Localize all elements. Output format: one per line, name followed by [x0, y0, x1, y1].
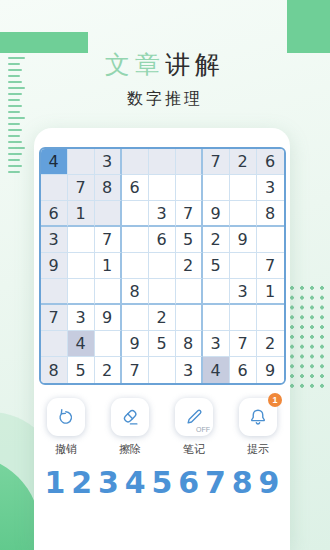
- sudoku-cell-r3c9[interactable]: 8: [257, 201, 284, 227]
- sudoku-cell-r2c1[interactable]: [41, 175, 68, 201]
- numpad-button-4[interactable]: 4: [122, 466, 148, 500]
- game-card: 4372678636137983765299125783173924958372…: [34, 128, 290, 550]
- notes-state-label: OFF: [196, 426, 210, 433]
- sudoku-cell-r3c5[interactable]: 3: [149, 201, 176, 227]
- sudoku-cell-r9c7[interactable]: 4: [203, 357, 230, 383]
- sudoku-cell-r2c6[interactable]: [176, 175, 203, 201]
- numpad-button-2[interactable]: 2: [69, 466, 95, 500]
- sudoku-cell-r5c4[interactable]: [122, 253, 149, 279]
- sudoku-cell-r7c5[interactable]: 2: [149, 305, 176, 331]
- sudoku-cell-r5c3[interactable]: 1: [95, 253, 122, 279]
- sudoku-cell-r2c9[interactable]: 3: [257, 175, 284, 201]
- sudoku-cell-r5c8[interactable]: [230, 253, 257, 279]
- sudoku-cell-r3c2[interactable]: 1: [68, 201, 95, 227]
- sudoku-cell-r2c3[interactable]: 8: [95, 175, 122, 201]
- page-title-accent: 文章: [105, 50, 165, 79]
- sudoku-cell-r7c8[interactable]: [230, 305, 257, 331]
- sudoku-cell-r2c7[interactable]: [203, 175, 230, 201]
- sudoku-cell-r7c7[interactable]: [203, 305, 230, 331]
- numpad-button-8[interactable]: 8: [229, 466, 255, 500]
- sudoku-cell-r4c1[interactable]: 3: [41, 227, 68, 253]
- sudoku-cell-r9c1[interactable]: 8: [41, 357, 68, 383]
- numpad-button-7[interactable]: 7: [203, 466, 229, 500]
- sudoku-cell-r2c4[interactable]: 6: [122, 175, 149, 201]
- sudoku-cell-r4c5[interactable]: 6: [149, 227, 176, 253]
- sudoku-cell-r3c1[interactable]: 6: [41, 201, 68, 227]
- sudoku-board: 4372678636137983765299125783173924958372…: [39, 147, 286, 385]
- sudoku-cell-r4c6[interactable]: 5: [176, 227, 203, 253]
- sudoku-cell-r8c4[interactable]: 9: [122, 331, 149, 357]
- sudoku-cell-r6c9[interactable]: 1: [257, 279, 284, 305]
- top-right-accent-bar: [287, 0, 330, 53]
- undo-label: 撤销: [55, 442, 77, 457]
- sudoku-cell-r9c3[interactable]: 2: [95, 357, 122, 383]
- sudoku-cell-r5c7[interactable]: 5: [203, 253, 230, 279]
- sudoku-cell-r9c5[interactable]: [149, 357, 176, 383]
- hint-button[interactable]: 1 提示: [235, 398, 281, 457]
- sudoku-cell-r4c9[interactable]: [257, 227, 284, 253]
- sudoku-cell-r7c3[interactable]: 9: [95, 305, 122, 331]
- sudoku-cell-r3c6[interactable]: 7: [176, 201, 203, 227]
- sudoku-cell-r8c3[interactable]: [95, 331, 122, 357]
- erase-button[interactable]: 擦除: [107, 398, 153, 457]
- notes-label: 笔记: [183, 442, 205, 457]
- sudoku-cell-r4c3[interactable]: 7: [95, 227, 122, 253]
- sudoku-cell-r8c1[interactable]: [41, 331, 68, 357]
- sudoku-cell-r4c7[interactable]: 2: [203, 227, 230, 253]
- sudoku-cell-r5c9[interactable]: 7: [257, 253, 284, 279]
- sudoku-cell-r6c4[interactable]: 8: [122, 279, 149, 305]
- dot-pattern-decoration: [285, 281, 330, 389]
- sudoku-cell-r6c1[interactable]: [41, 279, 68, 305]
- numpad-button-9[interactable]: 9: [256, 466, 282, 500]
- sudoku-cell-r8c8[interactable]: 7: [230, 331, 257, 357]
- sudoku-cell-r5c5[interactable]: [149, 253, 176, 279]
- sudoku-cell-r5c1[interactable]: 9: [41, 253, 68, 279]
- undo-icon: [55, 406, 77, 428]
- sudoku-cell-r1c8[interactable]: 2: [230, 149, 257, 175]
- hint-badge: 1: [268, 393, 282, 407]
- page-subtitle: 数字推理: [0, 89, 330, 110]
- eraser-icon: [119, 406, 141, 428]
- sudoku-cell-r1c5[interactable]: [149, 149, 176, 175]
- numpad-button-6[interactable]: 6: [176, 466, 202, 500]
- sudoku-cell-r2c8[interactable]: [230, 175, 257, 201]
- page-title: 文章讲解: [0, 50, 330, 80]
- erase-button-box[interactable]: [111, 398, 149, 436]
- bell-icon: [247, 406, 269, 428]
- sudoku-cell-r6c6[interactable]: [176, 279, 203, 305]
- sudoku-cell-r2c2[interactable]: 7: [68, 175, 95, 201]
- sudoku-cell-r1c6[interactable]: [176, 149, 203, 175]
- page-title-main: 讲解: [165, 50, 225, 79]
- sudoku-cell-r1c4[interactable]: [122, 149, 149, 175]
- sudoku-cell-r5c6[interactable]: 2: [176, 253, 203, 279]
- sudoku-cell-r1c1[interactable]: 4: [41, 149, 68, 175]
- sudoku-cell-r1c2[interactable]: [68, 149, 95, 175]
- numpad-button-3[interactable]: 3: [96, 466, 122, 500]
- sudoku-cell-r5c2[interactable]: [68, 253, 95, 279]
- hint-label: 提示: [247, 442, 269, 457]
- number-pad: 123456789: [42, 466, 282, 500]
- undo-button-box[interactable]: [47, 398, 85, 436]
- sudoku-cell-r4c4[interactable]: [122, 227, 149, 253]
- sudoku-cell-r8c5[interactable]: 5: [149, 331, 176, 357]
- sudoku-cell-r6c8[interactable]: 3: [230, 279, 257, 305]
- sudoku-cell-r1c3[interactable]: 3: [95, 149, 122, 175]
- sudoku-cell-r6c2[interactable]: [68, 279, 95, 305]
- sudoku-cell-r7c6[interactable]: [176, 305, 203, 331]
- notes-button-box[interactable]: OFF: [175, 398, 213, 436]
- sudoku-cell-r6c5[interactable]: [149, 279, 176, 305]
- sudoku-cell-r6c7[interactable]: [203, 279, 230, 305]
- sudoku-cell-r7c4[interactable]: [122, 305, 149, 331]
- toolbar: 撤销 擦除 OFF 笔记: [43, 398, 281, 457]
- sudoku-cell-r3c4[interactable]: [122, 201, 149, 227]
- sudoku-cell-r4c2[interactable]: [68, 227, 95, 253]
- sudoku-cell-r8c6[interactable]: 8: [176, 331, 203, 357]
- sudoku-cell-r8c2[interactable]: 4: [68, 331, 95, 357]
- notes-button[interactable]: OFF 笔记: [171, 398, 217, 457]
- sudoku-cell-r4c8[interactable]: 9: [230, 227, 257, 253]
- sudoku-cell-r8c7[interactable]: 3: [203, 331, 230, 357]
- sudoku-cell-r7c9[interactable]: [257, 305, 284, 331]
- sudoku-cell-r3c3[interactable]: [95, 201, 122, 227]
- sudoku-cell-r7c1[interactable]: 7: [41, 305, 68, 331]
- sudoku-cell-r6c3[interactable]: [95, 279, 122, 305]
- pencil-icon: [183, 406, 205, 428]
- page-header: 文章讲解 数字推理: [0, 50, 330, 110]
- sudoku-cell-r9c9[interactable]: 9: [257, 357, 284, 383]
- sudoku-cell-r8c9[interactable]: 2: [257, 331, 284, 357]
- numpad-button-1[interactable]: 1: [42, 466, 68, 500]
- sudoku-cell-r9c6[interactable]: 3: [176, 357, 203, 383]
- sudoku-cell-r9c8[interactable]: 6: [230, 357, 257, 383]
- numpad-button-5[interactable]: 5: [149, 466, 175, 500]
- erase-label: 擦除: [119, 442, 141, 457]
- sudoku-cell-r9c4[interactable]: 7: [122, 357, 149, 383]
- sudoku-cell-r1c9[interactable]: 6: [257, 149, 284, 175]
- undo-button[interactable]: 撤销: [43, 398, 89, 457]
- sudoku-cell-r1c7[interactable]: 7: [203, 149, 230, 175]
- sudoku-cell-r2c5[interactable]: [149, 175, 176, 201]
- sudoku-cell-r7c2[interactable]: 3: [68, 305, 95, 331]
- hint-button-box[interactable]: 1: [239, 398, 277, 436]
- sudoku-cell-r3c7[interactable]: 9: [203, 201, 230, 227]
- sudoku-cell-r9c2[interactable]: 5: [68, 357, 95, 383]
- sudoku-cell-r3c8[interactable]: [230, 201, 257, 227]
